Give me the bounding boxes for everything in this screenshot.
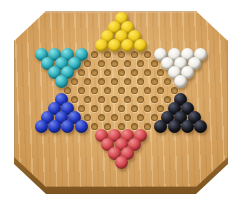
hole-r8-c2[interactable] [91, 87, 98, 94]
hole-r6-c2[interactable] [78, 69, 85, 76]
hole-r12-c4[interactable] [91, 123, 98, 130]
hole-r7-c7[interactable] [151, 78, 158, 85]
hole-r12-c6[interactable] [118, 123, 125, 130]
peg-grid [0, 0, 250, 210]
hole-r7-c2[interactable] [84, 78, 91, 85]
hole-r9-c1[interactable] [71, 96, 78, 103]
hole-r11-c8[interactable] [151, 114, 158, 121]
hole-r7-c1[interactable] [71, 78, 78, 85]
hole-r8-c6[interactable] [144, 87, 151, 94]
black-marble-r12-c12[interactable] [194, 120, 207, 133]
hole-r4-c5[interactable] [104, 51, 111, 58]
hole-r10-c7[interactable] [144, 105, 151, 112]
hole-r10-c3[interactable] [91, 105, 98, 112]
black-marble-r12-c11[interactable] [181, 120, 194, 133]
blue-marble-r12-c2[interactable] [61, 120, 74, 133]
hole-r11-c6[interactable] [124, 114, 131, 121]
hole-r9-c3[interactable] [98, 96, 105, 103]
hole-r6-c5[interactable] [118, 69, 125, 76]
hole-r9-c6[interactable] [137, 96, 144, 103]
hole-r5-c3[interactable] [84, 60, 91, 67]
hole-r12-c7[interactable] [131, 123, 138, 130]
blue-marble-r12-c3[interactable] [75, 120, 88, 133]
yellow-marble-r3-c3[interactable] [134, 39, 147, 52]
black-marble-r12-c9[interactable] [154, 120, 167, 133]
hole-r11-c5[interactable] [111, 114, 118, 121]
red-marble-r16-c0[interactable] [115, 156, 128, 169]
hole-r5-c5[interactable] [111, 60, 118, 67]
hole-r11-c3[interactable] [84, 114, 91, 121]
hole-r9-c4[interactable] [111, 96, 118, 103]
hole-r10-c4[interactable] [104, 105, 111, 112]
hole-r6-c8[interactable] [157, 69, 164, 76]
hole-r5-c8[interactable] [151, 60, 158, 67]
hole-r5-c4[interactable] [98, 60, 105, 67]
hole-r6-c6[interactable] [131, 69, 138, 76]
hole-r10-c6[interactable] [131, 105, 138, 112]
black-marble-r12-c10[interactable] [168, 120, 181, 133]
hole-r6-c7[interactable] [144, 69, 151, 76]
hole-r7-c5[interactable] [124, 78, 131, 85]
yellow-marble-r3-c2[interactable] [121, 39, 134, 52]
hole-r8-c8[interactable] [171, 87, 178, 94]
teal-marble-r7-c0[interactable] [55, 75, 68, 88]
hole-r12-c8[interactable] [144, 123, 151, 130]
hole-r6-c4[interactable] [104, 69, 111, 76]
hole-r4-c8[interactable] [144, 51, 151, 58]
hole-r7-c6[interactable] [137, 78, 144, 85]
white-marble-r7-c9[interactable] [174, 75, 187, 88]
yellow-marble-r3-c1[interactable] [108, 39, 121, 52]
hole-r9-c2[interactable] [84, 96, 91, 103]
hole-r10-c2[interactable] [78, 105, 85, 112]
hole-r7-c8[interactable] [164, 78, 171, 85]
hole-r11-c7[interactable] [137, 114, 144, 121]
blue-marble-r12-c0[interactable] [35, 120, 48, 133]
hole-r5-c6[interactable] [124, 60, 131, 67]
hole-r9-c5[interactable] [124, 96, 131, 103]
hole-r4-c7[interactable] [131, 51, 138, 58]
hole-r10-c5[interactable] [118, 105, 125, 112]
blue-marble-r12-c1[interactable] [48, 120, 61, 133]
hole-r10-c8[interactable] [157, 105, 164, 112]
hole-r8-c0[interactable] [64, 87, 71, 94]
yellow-marble-r3-c0[interactable] [95, 39, 108, 52]
hole-r8-c7[interactable] [157, 87, 164, 94]
hole-r11-c4[interactable] [98, 114, 105, 121]
hole-r4-c4[interactable] [91, 51, 98, 58]
hole-r7-c4[interactable] [111, 78, 118, 85]
hole-r8-c3[interactable] [104, 87, 111, 94]
hole-r5-c7[interactable] [137, 60, 144, 67]
hole-r8-c5[interactable] [131, 87, 138, 94]
hole-r7-c3[interactable] [98, 78, 105, 85]
hole-r8-c4[interactable] [118, 87, 125, 94]
hole-r9-c7[interactable] [151, 96, 158, 103]
hole-r8-c1[interactable] [78, 87, 85, 94]
hole-r12-c5[interactable] [104, 123, 111, 130]
chinese-checkers-board-photo [0, 0, 250, 210]
hole-r4-c6[interactable] [118, 51, 125, 58]
hole-r6-c3[interactable] [91, 69, 98, 76]
hole-r9-c8[interactable] [164, 96, 171, 103]
